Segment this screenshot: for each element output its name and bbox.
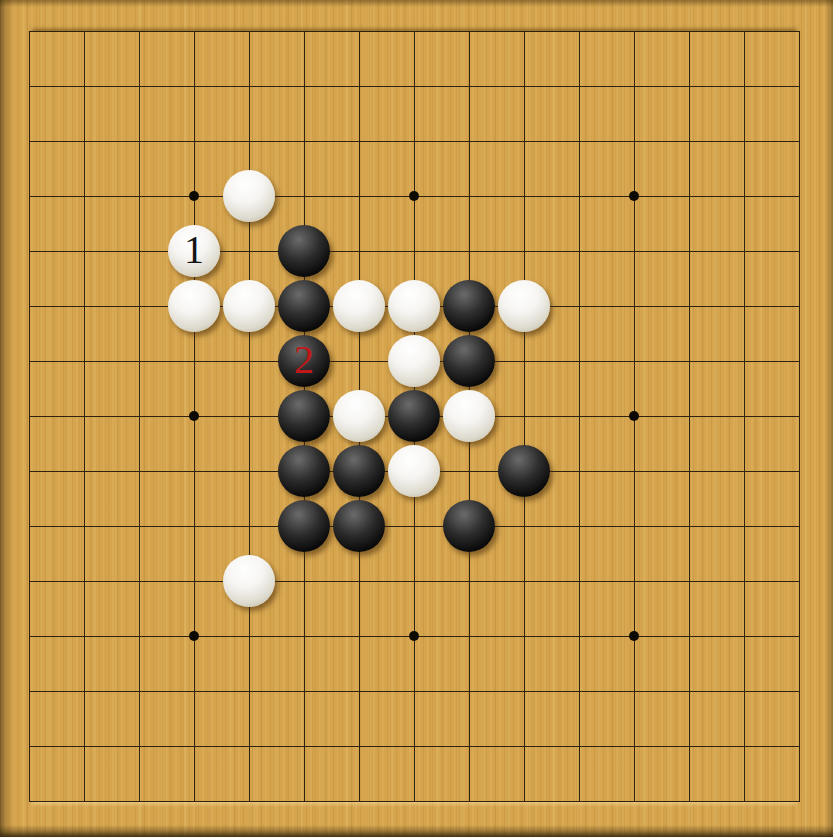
intersection-12-2[interactable] <box>662 114 717 169</box>
intersection-7-9[interactable] <box>387 499 442 554</box>
intersection-7-7[interactable] <box>387 389 442 444</box>
intersection-14-4[interactable] <box>772 224 827 279</box>
intersection-0-6[interactable] <box>2 334 57 389</box>
intersection-8-1[interactable] <box>442 59 497 114</box>
intersection-2-14[interactable] <box>112 774 167 829</box>
black-stone <box>278 390 330 442</box>
intersection-1-10[interactable] <box>57 554 112 609</box>
intersection-4-6[interactable] <box>222 334 277 389</box>
intersection-7-10[interactable] <box>387 554 442 609</box>
intersection-12-5[interactable] <box>662 279 717 334</box>
black-stone <box>333 445 385 497</box>
intersection-9-5[interactable] <box>497 279 552 334</box>
intersection-2-10[interactable] <box>112 554 167 609</box>
intersection-10-9[interactable] <box>552 499 607 554</box>
intersection-2-9[interactable] <box>112 499 167 554</box>
intersection-2-13[interactable] <box>112 719 167 774</box>
intersection-5-6[interactable]: 2 <box>277 334 332 389</box>
intersection-1-9[interactable] <box>57 499 112 554</box>
intersection-9-11[interactable] <box>497 609 552 664</box>
intersection-12-4[interactable] <box>662 224 717 279</box>
intersection-14-14[interactable] <box>772 774 827 829</box>
intersection-13-4[interactable] <box>717 224 772 279</box>
intersection-11-2[interactable] <box>607 114 662 169</box>
intersection-7-13[interactable] <box>387 719 442 774</box>
intersection-0-8[interactable] <box>2 444 57 499</box>
intersection-5-10[interactable] <box>277 554 332 609</box>
board-intersections: 12 <box>2 4 827 829</box>
intersection-0-10[interactable] <box>2 554 57 609</box>
intersection-3-10[interactable] <box>167 554 222 609</box>
intersection-12-6[interactable] <box>662 334 717 389</box>
intersection-1-3[interactable] <box>57 169 112 224</box>
intersection-4-13[interactable] <box>222 719 277 774</box>
intersection-11-4[interactable] <box>607 224 662 279</box>
intersection-13-7[interactable] <box>717 389 772 444</box>
intersection-8-6[interactable] <box>442 334 497 389</box>
intersection-1-14[interactable] <box>57 774 112 829</box>
white-stone <box>223 170 275 222</box>
move-number-label: 1 <box>184 230 204 273</box>
intersection-11-0[interactable] <box>607 4 662 59</box>
black-stone <box>278 280 330 332</box>
intersection-1-11[interactable] <box>57 609 112 664</box>
intersection-8-2[interactable] <box>442 114 497 169</box>
intersection-6-0[interactable] <box>332 4 387 59</box>
intersection-7-5[interactable] <box>387 279 442 334</box>
intersection-1-5[interactable] <box>57 279 112 334</box>
black-stone <box>443 335 495 387</box>
intersection-4-4[interactable] <box>222 224 277 279</box>
intersection-14-1[interactable] <box>772 59 827 114</box>
intersection-9-13[interactable] <box>497 719 552 774</box>
intersection-7-12[interactable] <box>387 664 442 719</box>
black-stone <box>278 500 330 552</box>
intersection-10-3[interactable] <box>552 169 607 224</box>
intersection-2-1[interactable] <box>112 59 167 114</box>
intersection-9-3[interactable] <box>497 169 552 224</box>
intersection-0-2[interactable] <box>2 114 57 169</box>
intersection-2-4[interactable] <box>112 224 167 279</box>
intersection-11-8[interactable] <box>607 444 662 499</box>
intersection-10-10[interactable] <box>552 554 607 609</box>
intersection-4-9[interactable] <box>222 499 277 554</box>
intersection-3-4[interactable]: 1 <box>167 224 222 279</box>
white-stone: 1 <box>168 225 220 277</box>
intersection-10-11[interactable] <box>552 609 607 664</box>
intersection-7-0[interactable] <box>387 4 442 59</box>
intersection-11-6[interactable] <box>607 334 662 389</box>
intersection-6-14[interactable] <box>332 774 387 829</box>
intersection-12-13[interactable] <box>662 719 717 774</box>
intersection-12-8[interactable] <box>662 444 717 499</box>
intersection-8-14[interactable] <box>442 774 497 829</box>
intersection-4-12[interactable] <box>222 664 277 719</box>
intersection-3-2[interactable] <box>167 114 222 169</box>
intersection-0-14[interactable] <box>2 774 57 829</box>
intersection-0-4[interactable] <box>2 224 57 279</box>
intersection-3-0[interactable] <box>167 4 222 59</box>
intersection-3-13[interactable] <box>167 719 222 774</box>
intersection-0-13[interactable] <box>2 719 57 774</box>
intersection-1-4[interactable] <box>57 224 112 279</box>
intersection-1-7[interactable] <box>57 389 112 444</box>
intersection-11-13[interactable] <box>607 719 662 774</box>
intersection-9-8[interactable] <box>497 444 552 499</box>
intersection-3-11[interactable] <box>167 609 222 664</box>
intersection-9-0[interactable] <box>497 4 552 59</box>
intersection-7-8[interactable] <box>387 444 442 499</box>
intersection-3-12[interactable] <box>167 664 222 719</box>
intersection-6-6[interactable] <box>332 334 387 389</box>
intersection-9-4[interactable] <box>497 224 552 279</box>
intersection-14-6[interactable] <box>772 334 827 389</box>
intersection-4-1[interactable] <box>222 59 277 114</box>
intersection-0-0[interactable] <box>2 4 57 59</box>
white-stone <box>223 555 275 607</box>
intersection-1-2[interactable] <box>57 114 112 169</box>
intersection-8-11[interactable] <box>442 609 497 664</box>
black-stone <box>333 500 385 552</box>
intersection-8-12[interactable] <box>442 664 497 719</box>
intersection-12-9[interactable] <box>662 499 717 554</box>
intersection-13-6[interactable] <box>717 334 772 389</box>
intersection-1-12[interactable] <box>57 664 112 719</box>
intersection-4-10[interactable] <box>222 554 277 609</box>
intersection-5-3[interactable] <box>277 169 332 224</box>
intersection-8-13[interactable] <box>442 719 497 774</box>
intersection-12-0[interactable] <box>662 4 717 59</box>
intersection-6-5[interactable] <box>332 279 387 334</box>
intersection-5-9[interactable] <box>277 499 332 554</box>
intersection-3-14[interactable] <box>167 774 222 829</box>
white-stone <box>388 445 440 497</box>
intersection-4-3[interactable] <box>222 169 277 224</box>
intersection-8-0[interactable] <box>442 4 497 59</box>
intersection-10-12[interactable] <box>552 664 607 719</box>
intersection-10-6[interactable] <box>552 334 607 389</box>
intersection-14-10[interactable] <box>772 554 827 609</box>
intersection-14-5[interactable] <box>772 279 827 334</box>
white-stone <box>443 390 495 442</box>
intersection-14-3[interactable] <box>772 169 827 224</box>
intersection-9-6[interactable] <box>497 334 552 389</box>
intersection-14-9[interactable] <box>772 499 827 554</box>
white-stone <box>388 280 440 332</box>
intersection-2-7[interactable] <box>112 389 167 444</box>
intersection-5-11[interactable] <box>277 609 332 664</box>
intersection-5-8[interactable] <box>277 444 332 499</box>
intersection-2-12[interactable] <box>112 664 167 719</box>
intersection-10-4[interactable] <box>552 224 607 279</box>
intersection-13-11[interactable] <box>717 609 772 664</box>
intersection-13-3[interactable] <box>717 169 772 224</box>
intersection-11-10[interactable] <box>607 554 662 609</box>
white-stone <box>168 280 220 332</box>
black-stone <box>443 500 495 552</box>
intersection-8-10[interactable] <box>442 554 497 609</box>
intersection-8-8[interactable] <box>442 444 497 499</box>
intersection-5-4[interactable] <box>277 224 332 279</box>
intersection-11-9[interactable] <box>607 499 662 554</box>
intersection-8-7[interactable] <box>442 389 497 444</box>
intersection-7-4[interactable] <box>387 224 442 279</box>
intersection-0-5[interactable] <box>2 279 57 334</box>
intersection-1-0[interactable] <box>57 4 112 59</box>
intersection-4-7[interactable] <box>222 389 277 444</box>
intersection-12-12[interactable] <box>662 664 717 719</box>
intersection-8-5[interactable] <box>442 279 497 334</box>
intersection-7-1[interactable] <box>387 59 442 114</box>
intersection-10-14[interactable] <box>552 774 607 829</box>
intersection-14-8[interactable] <box>772 444 827 499</box>
intersection-4-14[interactable] <box>222 774 277 829</box>
intersection-11-3[interactable] <box>607 169 662 224</box>
intersection-9-10[interactable] <box>497 554 552 609</box>
move-number-label: 2 <box>294 340 314 383</box>
intersection-0-3[interactable] <box>2 169 57 224</box>
intersection-3-3[interactable] <box>167 169 222 224</box>
intersection-9-2[interactable] <box>497 114 552 169</box>
intersection-0-1[interactable] <box>2 59 57 114</box>
intersection-10-5[interactable] <box>552 279 607 334</box>
intersection-2-5[interactable] <box>112 279 167 334</box>
intersection-1-13[interactable] <box>57 719 112 774</box>
intersection-13-8[interactable] <box>717 444 772 499</box>
intersection-4-2[interactable] <box>222 114 277 169</box>
white-stone <box>333 280 385 332</box>
intersection-3-1[interactable] <box>167 59 222 114</box>
intersection-13-1[interactable] <box>717 59 772 114</box>
intersection-2-6[interactable] <box>112 334 167 389</box>
intersection-0-7[interactable] <box>2 389 57 444</box>
white-stone <box>498 280 550 332</box>
intersection-8-3[interactable] <box>442 169 497 224</box>
intersection-2-8[interactable] <box>112 444 167 499</box>
intersection-11-5[interactable] <box>607 279 662 334</box>
intersection-12-7[interactable] <box>662 389 717 444</box>
white-stone <box>388 335 440 387</box>
intersection-9-7[interactable] <box>497 389 552 444</box>
intersection-14-13[interactable] <box>772 719 827 774</box>
intersection-1-8[interactable] <box>57 444 112 499</box>
white-stone <box>223 280 275 332</box>
black-stone <box>278 445 330 497</box>
intersection-5-0[interactable] <box>277 4 332 59</box>
intersection-6-9[interactable] <box>332 499 387 554</box>
intersection-13-2[interactable] <box>717 114 772 169</box>
intersection-12-1[interactable] <box>662 59 717 114</box>
intersection-6-3[interactable] <box>332 169 387 224</box>
intersection-9-1[interactable] <box>497 59 552 114</box>
intersection-8-9[interactable] <box>442 499 497 554</box>
black-stone <box>443 280 495 332</box>
intersection-5-2[interactable] <box>277 114 332 169</box>
intersection-6-10[interactable] <box>332 554 387 609</box>
intersection-6-7[interactable] <box>332 389 387 444</box>
intersection-6-12[interactable] <box>332 664 387 719</box>
black-stone <box>388 390 440 442</box>
intersection-13-13[interactable] <box>717 719 772 774</box>
goban: 12 <box>0 0 833 837</box>
intersection-1-1[interactable] <box>57 59 112 114</box>
intersection-12-10[interactable] <box>662 554 717 609</box>
intersection-11-12[interactable] <box>607 664 662 719</box>
intersection-14-2[interactable] <box>772 114 827 169</box>
intersection-5-12[interactable] <box>277 664 332 719</box>
intersection-6-1[interactable] <box>332 59 387 114</box>
intersection-14-11[interactable] <box>772 609 827 664</box>
intersection-3-6[interactable] <box>167 334 222 389</box>
intersection-13-0[interactable] <box>717 4 772 59</box>
intersection-7-11[interactable] <box>387 609 442 664</box>
intersection-14-7[interactable] <box>772 389 827 444</box>
intersection-6-8[interactable] <box>332 444 387 499</box>
intersection-6-2[interactable] <box>332 114 387 169</box>
intersection-13-14[interactable] <box>717 774 772 829</box>
intersection-4-11[interactable] <box>222 609 277 664</box>
intersection-11-1[interactable] <box>607 59 662 114</box>
intersection-13-10[interactable] <box>717 554 772 609</box>
white-stone <box>333 390 385 442</box>
intersection-10-0[interactable] <box>552 4 607 59</box>
intersection-9-14[interactable] <box>497 774 552 829</box>
intersection-12-14[interactable] <box>662 774 717 829</box>
intersection-13-12[interactable] <box>717 664 772 719</box>
intersection-5-13[interactable] <box>277 719 332 774</box>
intersection-1-6[interactable] <box>57 334 112 389</box>
intersection-6-11[interactable] <box>332 609 387 664</box>
intersection-9-12[interactable] <box>497 664 552 719</box>
intersection-13-5[interactable] <box>717 279 772 334</box>
intersection-0-9[interactable] <box>2 499 57 554</box>
intersection-11-7[interactable] <box>607 389 662 444</box>
intersection-10-2[interactable] <box>552 114 607 169</box>
black-stone: 2 <box>278 335 330 387</box>
intersection-3-8[interactable] <box>167 444 222 499</box>
intersection-6-13[interactable] <box>332 719 387 774</box>
intersection-2-3[interactable] <box>112 169 167 224</box>
intersection-7-2[interactable] <box>387 114 442 169</box>
intersection-6-4[interactable] <box>332 224 387 279</box>
intersection-7-6[interactable] <box>387 334 442 389</box>
intersection-11-11[interactable] <box>607 609 662 664</box>
intersection-5-14[interactable] <box>277 774 332 829</box>
intersection-3-7[interactable] <box>167 389 222 444</box>
intersection-0-12[interactable] <box>2 664 57 719</box>
black-stone <box>278 225 330 277</box>
intersection-14-0[interactable] <box>772 4 827 59</box>
intersection-3-9[interactable] <box>167 499 222 554</box>
intersection-10-1[interactable] <box>552 59 607 114</box>
intersection-0-11[interactable] <box>2 609 57 664</box>
intersection-11-14[interactable] <box>607 774 662 829</box>
intersection-2-11[interactable] <box>112 609 167 664</box>
intersection-7-3[interactable] <box>387 169 442 224</box>
intersection-10-13[interactable] <box>552 719 607 774</box>
intersection-8-4[interactable] <box>442 224 497 279</box>
intersection-9-9[interactable] <box>497 499 552 554</box>
intersection-3-5[interactable] <box>167 279 222 334</box>
intersection-13-9[interactable] <box>717 499 772 554</box>
intersection-4-5[interactable] <box>222 279 277 334</box>
intersection-5-5[interactable] <box>277 279 332 334</box>
intersection-10-8[interactable] <box>552 444 607 499</box>
black-stone <box>498 445 550 497</box>
intersection-4-0[interactable] <box>222 4 277 59</box>
intersection-7-14[interactable] <box>387 774 442 829</box>
intersection-2-0[interactable] <box>112 4 167 59</box>
intersection-14-12[interactable] <box>772 664 827 719</box>
intersection-2-2[interactable] <box>112 114 167 169</box>
intersection-5-7[interactable] <box>277 389 332 444</box>
intersection-5-1[interactable] <box>277 59 332 114</box>
intersection-4-8[interactable] <box>222 444 277 499</box>
intersection-12-3[interactable] <box>662 169 717 224</box>
intersection-10-7[interactable] <box>552 389 607 444</box>
intersection-12-11[interactable] <box>662 609 717 664</box>
